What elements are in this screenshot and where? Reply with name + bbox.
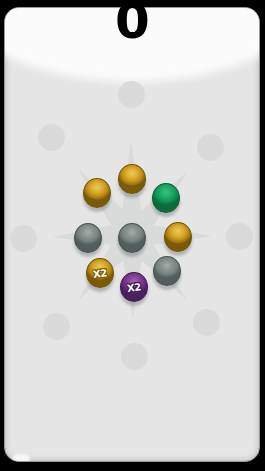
target-dot-5	[43, 313, 70, 340]
ball-bottom-purple-x2[interactable]: X2	[120, 272, 148, 302]
target-dot-1	[197, 134, 224, 161]
multiplier-label: X2	[126, 281, 141, 294]
ball-upper-left-gold[interactable]	[83, 178, 111, 208]
score-counter: 0	[0, 0, 265, 50]
ball-lower-right-gray[interactable]	[153, 256, 181, 286]
target-dot-2	[226, 223, 253, 250]
target-dot-6	[10, 225, 37, 252]
multiplier-label: X2	[92, 267, 107, 280]
target-dot-7	[38, 124, 65, 151]
target-dot-3	[193, 309, 220, 336]
ball-upper-right-green[interactable]	[152, 183, 180, 213]
ball-right-gold[interactable]	[164, 222, 192, 252]
corner-highlight	[12, 454, 30, 462]
game-board[interactable]: X2X2	[4, 7, 260, 462]
ball-lower-left-gold-x2[interactable]: X2	[86, 258, 114, 288]
ball-top-gold[interactable]	[118, 164, 146, 194]
target-dot-4	[121, 343, 148, 370]
target-dot-0	[118, 81, 145, 108]
ball-left-gray[interactable]	[74, 223, 102, 253]
ball-center-gray[interactable]	[118, 223, 146, 253]
